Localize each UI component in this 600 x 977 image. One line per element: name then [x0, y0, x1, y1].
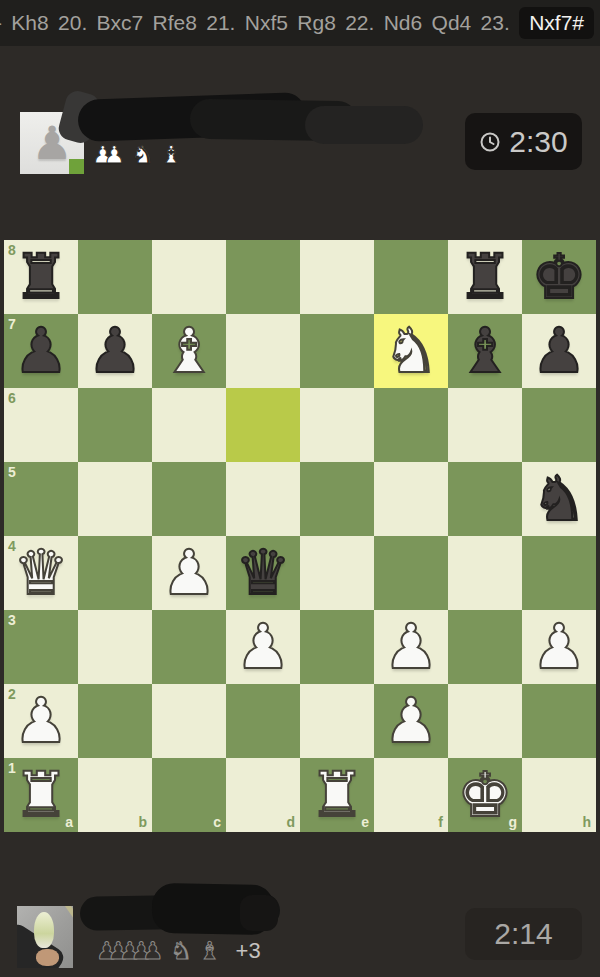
square-e5[interactable] — [300, 462, 374, 536]
white-knight: ♞ — [374, 314, 448, 388]
square-b7[interactable]: ♟ — [78, 314, 152, 388]
square-g5[interactable] — [448, 462, 522, 536]
bottom-player-captured-pieces: ♟♟♟♟♟♞♝+3 — [96, 938, 261, 964]
square-b4[interactable] — [78, 536, 152, 610]
move-item[interactable]: Nxf5 — [245, 11, 288, 35]
square-h6[interactable] — [522, 388, 596, 462]
file-label: h — [582, 814, 591, 830]
white-bishop: ♝ — [152, 314, 226, 388]
rank-label: 2 — [8, 686, 16, 702]
square-f3[interactable]: ♟ — [374, 610, 448, 684]
square-d6[interactable] — [226, 388, 300, 462]
move-item[interactable]: 23. — [481, 11, 510, 35]
avatar-photo-detail — [36, 949, 59, 966]
move-item[interactable]: Nd6 — [384, 11, 423, 35]
move-item[interactable]: 22. — [345, 11, 374, 35]
square-g1[interactable]: g♚ — [448, 758, 522, 832]
square-a7[interactable]: 7♟ — [4, 314, 78, 388]
square-h8[interactable]: ♚ — [522, 240, 596, 314]
rank-label: 7 — [8, 316, 16, 332]
square-b2[interactable] — [78, 684, 152, 758]
captured-black-knight-icon: ♞ — [171, 938, 193, 964]
file-label: b — [138, 814, 147, 830]
black-pawn: ♟ — [78, 314, 152, 388]
square-e2[interactable] — [300, 684, 374, 758]
square-a8[interactable]: 8♜ — [4, 240, 78, 314]
top-clock-time: 2:30 — [509, 125, 567, 159]
square-h3[interactable]: ♟ — [522, 610, 596, 684]
square-d4[interactable]: ♛ — [226, 536, 300, 610]
top-player-captured-pieces: ♟♟♞♝ — [92, 142, 182, 168]
square-h7[interactable]: ♟ — [522, 314, 596, 388]
bottom-player-name-redaction — [240, 895, 278, 931]
file-label: g — [508, 814, 517, 830]
square-b8[interactable] — [78, 240, 152, 314]
captured-black-pawn-icon: ♟ — [142, 938, 164, 964]
square-d1[interactable]: d — [226, 758, 300, 832]
square-f7[interactable]: ♞ — [374, 314, 448, 388]
move-item[interactable]: 20. — [58, 11, 87, 35]
move-item[interactable]: Rfe8 — [153, 11, 197, 35]
square-g7[interactable]: ♝ — [448, 314, 522, 388]
square-h2[interactable] — [522, 684, 596, 758]
square-g8[interactable]: ♜ — [448, 240, 522, 314]
rank-label: 1 — [8, 760, 16, 776]
captured-white-bishop-icon: ♝ — [161, 142, 183, 168]
rank-label: 8 — [8, 242, 16, 258]
file-label: d — [286, 814, 295, 830]
white-pawn: ♟ — [226, 610, 300, 684]
move-item[interactable]: Qd4 — [432, 11, 472, 35]
black-king: ♚ — [522, 240, 596, 314]
square-g6[interactable] — [448, 388, 522, 462]
square-d2[interactable] — [226, 684, 300, 758]
square-b5[interactable] — [78, 462, 152, 536]
square-b6[interactable] — [78, 388, 152, 462]
rank-label: 5 — [8, 464, 16, 480]
square-d7[interactable] — [226, 314, 300, 388]
black-knight: ♞ — [522, 462, 596, 536]
square-a1[interactable]: 1a♜ — [4, 758, 78, 832]
move-fragment: - — [0, 11, 2, 35]
white-pawn: ♟ — [374, 684, 448, 758]
square-c5[interactable] — [152, 462, 226, 536]
square-f4[interactable] — [374, 536, 448, 610]
captured-black-bishop-icon: ♝ — [199, 938, 221, 964]
white-pawn: ♟ — [374, 610, 448, 684]
current-move[interactable]: Nxf7# — [519, 7, 594, 39]
black-rook: ♜ — [448, 240, 522, 314]
square-d8[interactable] — [226, 240, 300, 314]
file-label: e — [361, 814, 369, 830]
move-item[interactable]: Kh8 — [11, 11, 48, 35]
square-d5[interactable] — [226, 462, 300, 536]
avatar-photo-detail — [55, 906, 73, 936]
bottom-player-avatar[interactable] — [17, 906, 73, 968]
square-f6[interactable] — [374, 388, 448, 462]
square-c1[interactable]: c — [152, 758, 226, 832]
square-e7[interactable] — [300, 314, 374, 388]
square-h5[interactable]: ♞ — [522, 462, 596, 536]
square-f2[interactable]: ♟ — [374, 684, 448, 758]
black-bishop: ♝ — [448, 314, 522, 388]
square-f5[interactable] — [374, 462, 448, 536]
clock-icon — [479, 131, 501, 153]
white-pawn: ♟ — [522, 610, 596, 684]
square-a6[interactable]: 6 — [4, 388, 78, 462]
square-e3[interactable] — [300, 610, 374, 684]
square-c4[interactable]: ♟ — [152, 536, 226, 610]
chess-board: 8♜♜♚7♟♟♝♞♝♟65♞4♛♟♛3♟♟♟2♟♟1a♜bcde♜fg♚h — [4, 240, 596, 832]
move-item[interactable]: 21. — [206, 11, 235, 35]
top-player-clock: 2:30 — [465, 113, 582, 170]
file-label: a — [65, 814, 73, 830]
square-e1[interactable]: e♜ — [300, 758, 374, 832]
square-h4[interactable] — [522, 536, 596, 610]
square-c3[interactable] — [152, 610, 226, 684]
captured-white-knight-icon: ♞ — [132, 142, 154, 168]
square-e8[interactable] — [300, 240, 374, 314]
square-g3[interactable] — [448, 610, 522, 684]
black-pawn: ♟ — [522, 314, 596, 388]
rank-label: 3 — [8, 612, 16, 628]
square-g4[interactable] — [448, 536, 522, 610]
file-label: f — [438, 814, 443, 830]
bottom-clock-time: 2:14 — [494, 917, 552, 951]
square-e6[interactable] — [300, 388, 374, 462]
square-a4[interactable]: 4♛ — [4, 536, 78, 610]
square-g2[interactable] — [448, 684, 522, 758]
move-list: -Kh820.Bxc7Rfe821.Nxf5Rg822.Nd6Qd423.Nxf… — [0, 0, 600, 46]
square-b3[interactable] — [78, 610, 152, 684]
square-c6[interactable] — [152, 388, 226, 462]
top-player-name-redaction — [305, 106, 423, 144]
square-b1[interactable]: b — [78, 758, 152, 832]
online-status-badge — [69, 159, 84, 174]
captured-white-pawn-icon: ♟ — [104, 142, 126, 168]
square-d3[interactable]: ♟ — [226, 610, 300, 684]
square-e4[interactable] — [300, 536, 374, 610]
file-label: c — [213, 814, 221, 830]
square-f8[interactable] — [374, 240, 448, 314]
square-c7[interactable]: ♝ — [152, 314, 226, 388]
ice-cream-cone-icon — [34, 912, 54, 948]
square-a3[interactable]: 3 — [4, 610, 78, 684]
square-h1[interactable]: h — [522, 758, 596, 832]
rank-label: 6 — [8, 390, 16, 406]
square-a2[interactable]: 2♟ — [4, 684, 78, 758]
rank-label: 4 — [8, 538, 16, 554]
square-c2[interactable] — [152, 684, 226, 758]
move-item[interactable]: Rg8 — [297, 11, 336, 35]
square-f1[interactable]: f — [374, 758, 448, 832]
black-queen: ♛ — [226, 536, 300, 610]
bottom-player-clock: 2:14 — [465, 908, 582, 960]
square-a5[interactable]: 5 — [4, 462, 78, 536]
white-pawn: ♟ — [152, 536, 226, 610]
material-advantage: +3 — [236, 938, 261, 964]
square-c8[interactable] — [152, 240, 226, 314]
move-item[interactable]: Bxc7 — [97, 11, 144, 35]
